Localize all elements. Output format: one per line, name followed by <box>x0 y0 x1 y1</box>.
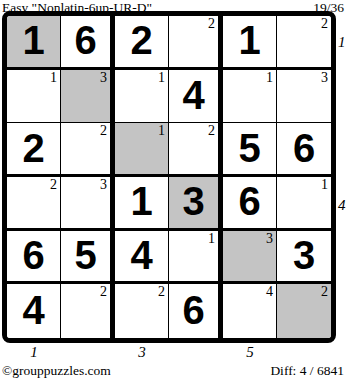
cell-r4c2[interactable]: 3 <box>61 177 115 231</box>
cell-r1c6[interactable]: 2 <box>277 16 331 70</box>
cell-r3c4[interactable]: 2 <box>169 123 223 177</box>
cell-r5c6[interactable]: 3 <box>277 231 331 285</box>
cell-value: 5 <box>74 235 96 275</box>
cell-value: 5 <box>238 128 260 168</box>
corner-mark: 2 <box>100 123 107 138</box>
cell-value: 4 <box>22 290 44 330</box>
cell-r5c3[interactable]: 4 <box>115 231 169 285</box>
corner-mark: 1 <box>158 70 165 85</box>
cell-r3c1[interactable]: 2 <box>7 123 61 177</box>
corner-mark: 2 <box>208 16 215 31</box>
cell-r2c4[interactable]: 4 <box>169 70 223 124</box>
cell-value: 6 <box>182 290 204 330</box>
cell-r3c6[interactable]: 6 <box>277 123 331 177</box>
corner-mark: 3 <box>321 70 328 85</box>
cell-value: 6 <box>74 20 96 60</box>
cell-r1c3[interactable]: 2 <box>115 16 169 70</box>
row-label-1: 1 <box>338 34 346 50</box>
cell-r1c2[interactable]: 6 <box>61 16 115 70</box>
cell-r4c5[interactable]: 6 <box>223 177 277 231</box>
corner-mark: 2 <box>208 123 215 138</box>
corner-mark: 1 <box>266 70 273 85</box>
corner-mark: 1 <box>158 123 165 138</box>
corner-mark: 1 <box>208 231 215 246</box>
cell-value: 4 <box>182 75 204 115</box>
cell-value: 1 <box>22 20 44 60</box>
puzzle-board: 1 6 2 2 1 2 1 3 1 4 1 3 2 2 1 2 5 6 2 3 … <box>2 11 336 343</box>
row-label-4: 4 <box>338 197 346 213</box>
cell-r4c1[interactable]: 2 <box>7 177 61 231</box>
cell-r2c6[interactable]: 3 <box>277 70 331 124</box>
cell-value: 6 <box>22 235 44 275</box>
corner-mark: 1 <box>321 177 328 192</box>
cell-r5c2[interactable]: 5 <box>61 231 115 285</box>
column-label-3: 3 <box>138 344 146 361</box>
corner-mark: 2 <box>158 284 165 299</box>
cell-value: 2 <box>22 128 44 168</box>
cell-r2c3[interactable]: 1 <box>115 70 169 124</box>
cell-r1c4[interactable]: 2 <box>169 16 223 70</box>
cell-r5c5[interactable]: 3 <box>223 231 277 285</box>
corner-mark: 2 <box>100 284 107 299</box>
cell-value: 1 <box>130 181 152 221</box>
cell-value: 6 <box>293 128 315 168</box>
cell-r2c2[interactable]: 3 <box>61 70 115 124</box>
cell-r4c3[interactable]: 1 <box>115 177 169 231</box>
cell-r3c2[interactable]: 2 <box>61 123 115 177</box>
cell-r6c6[interactable]: 2 <box>277 284 331 338</box>
cell-r3c5[interactable]: 5 <box>223 123 277 177</box>
cell-r6c3[interactable]: 2 <box>115 284 169 338</box>
cell-r3c3[interactable]: 1 <box>115 123 169 177</box>
cell-value: 3 <box>293 235 315 275</box>
cell-r2c5[interactable]: 1 <box>223 70 277 124</box>
cell-r5c1[interactable]: 6 <box>7 231 61 285</box>
cell-r6c1[interactable]: 4 <box>7 284 61 338</box>
cell-r4c4[interactable]: 3 <box>169 177 223 231</box>
copyright-text: ©grouppuzzles.com <box>2 363 111 379</box>
cell-r1c1[interactable]: 1 <box>7 16 61 70</box>
cell-r6c2[interactable]: 2 <box>61 284 115 338</box>
cell-r1c5[interactable]: 1 <box>223 16 277 70</box>
cell-value: 2 <box>130 20 152 60</box>
cell-r5c4[interactable]: 1 <box>169 231 223 285</box>
column-label-1: 1 <box>30 344 38 361</box>
cell-value: 6 <box>238 181 260 221</box>
cell-value: 1 <box>238 20 260 60</box>
cell-value: 4 <box>130 235 152 275</box>
corner-mark: 2 <box>321 16 328 31</box>
puzzle-page: Easy "Nonlatin-6up-UR-D" 19/36 1 6 2 2 1… <box>0 0 347 380</box>
cell-r6c4[interactable]: 6 <box>169 284 223 338</box>
corner-mark: 4 <box>266 284 273 299</box>
cell-r2c1[interactable]: 1 <box>7 70 61 124</box>
corner-mark: 3 <box>100 177 107 192</box>
corner-mark: 2 <box>50 177 57 192</box>
corner-mark: 3 <box>266 231 273 246</box>
cell-value: 3 <box>182 181 204 221</box>
corner-mark: 1 <box>50 70 57 85</box>
column-label-5: 5 <box>246 344 254 361</box>
cell-r4c6[interactable]: 1 <box>277 177 331 231</box>
difficulty-text: Diff: 4 / 6841 <box>270 363 344 379</box>
corner-mark: 2 <box>321 284 328 299</box>
corner-mark: 3 <box>100 70 107 85</box>
cell-r6c5[interactable]: 4 <box>223 284 277 338</box>
